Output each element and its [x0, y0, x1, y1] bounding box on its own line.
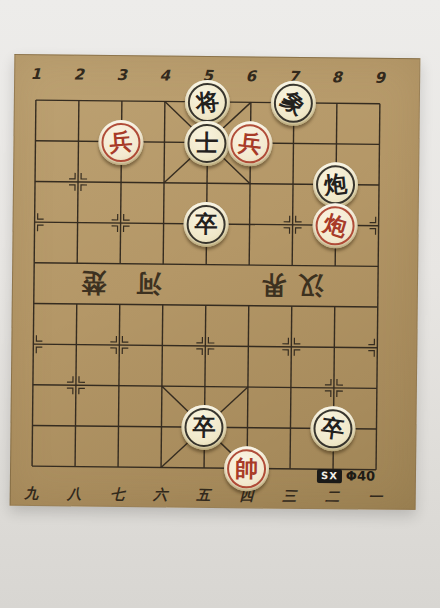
file-label-bottom: 三 [268, 488, 311, 504]
piece-red-soldier[interactable]: 兵 [227, 121, 272, 166]
piece-red-soldier[interactable]: 兵 [98, 119, 143, 164]
file-label-bottom: 六 [139, 486, 182, 502]
piece-black-elephant[interactable]: 象 [271, 80, 316, 125]
piece-ring [187, 123, 226, 162]
file-label-bottom: 九 [10, 485, 53, 501]
piece-ring [184, 408, 223, 447]
piece-black-soldier[interactable]: 卒 [183, 202, 228, 247]
piece-ring [186, 205, 225, 244]
pieces-layer: 将象兵士兵炮卒炮卒卒帥 [10, 80, 401, 491]
piece-glyph: 卒 [320, 416, 346, 442]
file-label-bottom: 二 [311, 488, 354, 504]
file-label-bottom: 五 [182, 487, 225, 503]
piece-ring [227, 449, 266, 488]
piece-red-general[interactable]: 帥 [224, 446, 269, 491]
file-label-bottom: 八 [53, 485, 96, 501]
piece-black-soldier[interactable]: 卒 [181, 405, 226, 450]
piece-black-soldier[interactable]: 卒 [310, 406, 355, 451]
piece-glyph: 炮 [323, 172, 348, 197]
piece-glyph: 兵 [237, 131, 262, 156]
piece-black-advisor[interactable]: 士 [184, 120, 229, 165]
file-label-bottom: 一 [354, 488, 397, 504]
piece-black-cannon[interactable]: 炮 [313, 162, 358, 207]
piece-glyph: 将 [195, 90, 220, 115]
xiangqi-board: 123456789 九八七六五四三二一 楚河 界汉 SX Φ40 将象兵士兵炮卒… [10, 54, 421, 510]
photo-background: 123456789 九八七六五四三二一 楚河 界汉 SX Φ40 将象兵士兵炮卒… [0, 0, 440, 608]
file-label-bottom: 七 [96, 486, 139, 502]
piece-black-general[interactable]: 将 [185, 80, 230, 125]
piece-red-cannon[interactable]: 炮 [312, 203, 357, 248]
piece-glyph: 兵 [109, 130, 134, 155]
